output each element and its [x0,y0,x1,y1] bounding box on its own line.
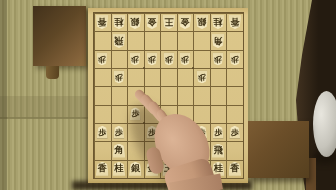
shogi-piece-gote[interactable]: 香 [96,15,109,29]
shogi-piece-sente[interactable]: 歩 [196,126,207,139]
shogi-piece-gote[interactable]: 金 [179,15,192,29]
shogi-piece-sente[interactable]: 桂 [212,162,225,176]
scene: 香桂銀金王金銀桂香飛角歩歩歩歩歩歩歩歩歩歩歩歩歩歩歩歩歩歩角飛香桂銀金玉金銀桂香 [0,0,336,190]
shogi-piece-gote[interactable]: 歩 [229,52,240,65]
left-edge-shadow [0,0,7,190]
komadai-gote [33,6,86,66]
shogi-piece-gote[interactable]: 歩 [130,52,141,65]
shogi-piece-gote[interactable]: 銀 [129,15,142,29]
shogi-piece-gote[interactable]: 銀 [195,15,208,29]
shogi-piece-sente[interactable]: 香 [96,162,109,176]
shogi-piece-gote[interactable]: 歩 [97,52,108,65]
tatami-shade [0,96,90,118]
hoshi-point [192,67,194,69]
komadai-sente [247,121,309,178]
shogi-piece-sente[interactable]: 歩 [113,126,124,139]
komadai-leg [46,66,59,79]
tea-cup [313,91,336,157]
shogi-piece-gote[interactable]: 飛 [112,34,125,48]
shogi-piece-sente[interactable]: 銀 [195,162,208,176]
shogi-piece-sente[interactable]: 角 [112,144,125,158]
shogi-piece-sente[interactable]: 銀 [129,162,142,176]
shogi-piece-gote[interactable]: 歩 [213,52,224,65]
shogi-piece-sente[interactable]: 歩 [213,126,224,139]
shogi-piece-gote[interactable]: 歩 [196,71,207,84]
shogi-piece-sente[interactable]: 香 [228,162,241,176]
shogi-piece-gote[interactable]: 王 [162,15,175,29]
hoshi-point [143,67,145,69]
shogi-piece-gote[interactable]: 歩 [113,71,124,84]
shogi-piece-sente[interactable]: 桂 [112,162,125,176]
shogi-piece-gote[interactable]: 香 [228,15,241,29]
shogi-piece-gote[interactable]: 金 [145,15,158,29]
shogi-piece-gote[interactable]: 桂 [212,15,225,29]
shogi-piece-gote[interactable]: 桂 [112,15,125,29]
tatami-seam [0,117,90,119]
shogi-piece-sente[interactable]: 歩 [97,126,108,139]
shogi-piece-sente[interactable]: 歩 [180,126,191,139]
shogi-piece-gote[interactable]: 角 [212,34,225,48]
shogi-piece-gote[interactable]: 歩 [163,52,174,65]
shogi-piece-sente[interactable]: 飛 [212,144,225,158]
shogi-piece-sente[interactable]: 歩 [229,126,240,139]
hoshi-point [192,122,194,124]
shogi-piece-gote[interactable]: 歩 [180,52,191,65]
shogi-piece-gote[interactable]: 歩 [146,52,157,65]
